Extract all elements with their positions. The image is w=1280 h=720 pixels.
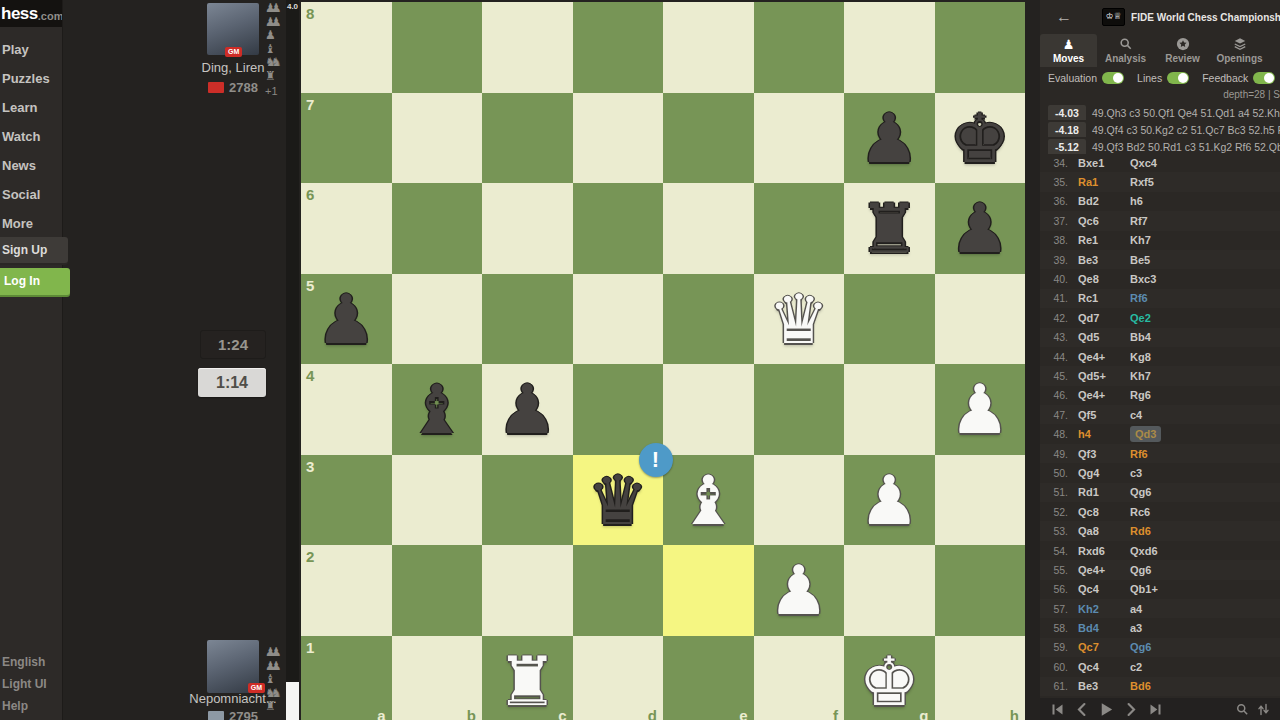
move-number: 52.	[1040, 506, 1068, 518]
move-row-34: 34.Bxe1Qxc4	[1040, 153, 1280, 172]
white-move[interactable]: Be3	[1078, 680, 1126, 692]
engine-line-3[interactable]: -5.1249.Qf3 Bd2 50.Rd1 c3 51.Kg2 Rf6 52.…	[1040, 137, 1280, 154]
white-move[interactable]: Qc4	[1078, 583, 1126, 595]
square-f4[interactable]	[754, 364, 845, 455]
chesscom-logo[interactable]: hess.com	[0, 0, 62, 27]
square-c2[interactable]	[482, 545, 573, 636]
avatar-top-player: GM	[207, 3, 259, 55]
square-e7[interactable]	[663, 93, 754, 184]
move-number: 35.	[1040, 176, 1068, 188]
toggle-switch-lines[interactable]	[1167, 72, 1189, 84]
piece-black-r-g6[interactable]: ♜	[844, 183, 935, 274]
chess-board[interactable]: 87♟♚6♜♟5♟♛4♝♟♟3♛♝♟2♟1abc♜defg♚h!	[301, 2, 1025, 720]
move-number: 34.	[1040, 157, 1068, 169]
black-move[interactable]: Kg8	[1130, 351, 1200, 363]
jump-to-start-icon[interactable]	[1050, 702, 1065, 717]
square-d5[interactable]	[573, 274, 664, 365]
move-row-47: 47.Qf5c4	[1040, 405, 1280, 424]
tab-label-openings: Openings	[1216, 53, 1262, 64]
engine-line-2[interactable]: -4.1849.Qf4 c3 50.Kg2 c2 51.Qc7 Bc3 52.h…	[1040, 120, 1280, 137]
top-player-clock: 1:24	[200, 330, 266, 359]
square-d8[interactable]	[573, 2, 664, 93]
white-move[interactable]: Qa8	[1078, 525, 1126, 537]
square-c4[interactable]: ♟	[482, 364, 573, 455]
square-g4[interactable]	[844, 364, 935, 455]
sidebar-item-watch[interactable]: Watch	[0, 122, 62, 151]
file-label-a: a	[377, 707, 385, 720]
white-move[interactable]: Qg4	[1078, 467, 1126, 479]
move-row-38: 38.Re1Kh7	[1040, 231, 1280, 250]
move-list: 34.Bxe1Qxc435.Ra1Rxf536.Bd2h637.Qc6Rf738…	[1040, 153, 1280, 720]
move-number: 55.	[1040, 564, 1068, 576]
piece-white-q-f5[interactable]: ♛	[754, 274, 845, 365]
engine-line-moves: 49.Qh3 c3 50.Qf1 Qe4 51.Qd1 a4 52.Kh2 a3…	[1092, 107, 1280, 119]
black-move[interactable]: Bd6	[1130, 680, 1200, 692]
black-move[interactable]: Bxc3	[1130, 273, 1200, 285]
move-row-42: 42.Qd7Qe2	[1040, 308, 1280, 327]
signup-button[interactable]: Sign Up	[0, 237, 68, 263]
engine-score: -4.03	[1048, 105, 1086, 120]
move-number: 36.	[1040, 195, 1068, 207]
move-row-35: 35.Ra1Rxf5	[1040, 172, 1280, 191]
square-e3[interactable]: ♝	[663, 455, 754, 546]
move-number: 41.	[1040, 292, 1068, 304]
black-move[interactable]: a3	[1130, 622, 1200, 634]
move-number: 51.	[1040, 486, 1068, 498]
square-f1[interactable]: f	[754, 636, 845, 720]
black-move[interactable]: Rg6	[1130, 389, 1200, 401]
square-g1[interactable]: g♚	[844, 636, 935, 720]
tab-analysis[interactable]: Analysis	[1097, 34, 1154, 67]
engine-line-moves: 49.Qf4 c3 50.Kg2 c2 51.Qc7 Bc3 52.h5 Rd6…	[1092, 124, 1280, 136]
black-move[interactable]: a4	[1130, 603, 1200, 615]
toggle-switch-feedback[interactable]	[1253, 72, 1275, 84]
piece-white-p-h4[interactable]: ♟	[935, 364, 1026, 455]
move-row-45: 45.Qd5+Kh7	[1040, 366, 1280, 385]
square-a7[interactable]: 7	[301, 93, 392, 184]
square-g5[interactable]	[844, 274, 935, 365]
square-e5[interactable]	[663, 274, 754, 365]
nav-list: PlayPuzzlesLearnWatchNewsSocialMore	[0, 35, 62, 238]
square-f3[interactable]	[754, 455, 845, 546]
move-row-50: 50.Qg4c3	[1040, 463, 1280, 482]
move-number: 47.	[1040, 409, 1068, 421]
black-move[interactable]: Rf6	[1130, 292, 1200, 304]
black-move[interactable]: Qg6	[1130, 641, 1200, 653]
sidebar-item-more[interactable]: More	[0, 209, 62, 238]
bottom-player-rating: 2795	[229, 709, 258, 720]
move-number: 45.	[1040, 370, 1068, 382]
square-g3[interactable]: ♟	[844, 455, 935, 546]
bottom-player-flag	[208, 711, 224, 720]
play-icon[interactable]	[1098, 701, 1115, 718]
square-a3[interactable]: 3	[301, 455, 392, 546]
square-g6[interactable]: ♜	[844, 183, 935, 274]
black-move[interactable]: Qe2	[1130, 312, 1200, 324]
square-h2[interactable]	[935, 545, 1026, 636]
footer-link-help[interactable]: Help	[2, 699, 47, 711]
move-row-51: 51.Rd1Qg6	[1040, 483, 1280, 502]
white-move[interactable]: Re1	[1078, 234, 1126, 246]
black-move[interactable]: Bb4	[1130, 331, 1200, 343]
move-number: 57.	[1040, 603, 1068, 615]
square-a2[interactable]: 2	[301, 545, 392, 636]
piece-black-p-a5[interactable]: ♟	[301, 274, 392, 365]
move-row-44: 44.Qe4+Kg8	[1040, 347, 1280, 366]
square-f2[interactable]: ♟	[754, 545, 845, 636]
toggle-switch-evaluation[interactable]	[1102, 72, 1124, 84]
black-move[interactable]: Kh7	[1130, 370, 1200, 382]
square-e4[interactable]	[663, 364, 754, 455]
square-b1[interactable]: b	[392, 636, 483, 720]
move-row-40: 40.Qe8Bxc3	[1040, 269, 1280, 288]
square-d6[interactable]	[573, 183, 664, 274]
file-label-f: f	[833, 707, 838, 720]
square-e2[interactable]	[663, 545, 754, 636]
footer-link-light-ui[interactable]: Light UI	[2, 677, 47, 689]
move-row-59: 59.Qc7Qg6	[1040, 638, 1280, 657]
move-number: 54.	[1040, 545, 1068, 557]
black-move[interactable]: Be5	[1130, 254, 1200, 266]
top-player-flag	[208, 82, 224, 93]
flip-board-icon[interactable]	[1256, 702, 1271, 717]
sidebar-item-news[interactable]: News	[0, 151, 62, 180]
evaluation-bar: 4.0	[286, 0, 299, 720]
jump-to-end-icon[interactable]	[1148, 702, 1163, 717]
move-number: 37.	[1040, 215, 1068, 227]
square-c3[interactable]	[482, 455, 573, 546]
black-move[interactable]: Rf7	[1130, 215, 1200, 227]
white-move[interactable]: Qc4	[1078, 661, 1126, 673]
square-f7[interactable]	[754, 93, 845, 184]
book-stack-icon	[1233, 37, 1247, 51]
square-a1[interactable]: 1a	[301, 636, 392, 720]
panel-tabs: ♟MovesAnalysisReviewOpenings	[1040, 34, 1280, 67]
black-move[interactable]: Rd6	[1130, 525, 1200, 537]
move-row-37: 37.Qc6Rf7	[1040, 211, 1280, 230]
file-label-e: e	[739, 707, 747, 720]
white-move[interactable]: Qe4+	[1078, 564, 1126, 576]
piece-white-k-g1[interactable]: ♚	[844, 636, 935, 720]
rank-label-1: 1	[306, 639, 314, 656]
sidebar-item-social[interactable]: Social	[0, 180, 62, 209]
white-move[interactable]: Ra1	[1078, 176, 1126, 188]
move-number: 44.	[1040, 351, 1068, 363]
logo-suffix: .com	[38, 10, 62, 22]
square-h4[interactable]: ♟	[935, 364, 1026, 455]
gm-badge-top: GM	[225, 47, 242, 57]
back-arrow-icon[interactable]: ←	[1056, 8, 1072, 26]
move-row-49: 49.Qf3Rf6	[1040, 444, 1280, 463]
move-row-41: 41.Rc1Rf6	[1040, 289, 1280, 308]
piece-black-p-c4[interactable]: ♟	[482, 364, 573, 455]
move-number: 60.	[1040, 661, 1068, 673]
square-g8[interactable]	[844, 2, 935, 93]
white-move[interactable]: Qe8	[1078, 273, 1126, 285]
piece-black-p-h6[interactable]: ♟	[935, 183, 1026, 274]
move-number: 39.	[1040, 254, 1068, 266]
white-move[interactable]: Rd1	[1078, 486, 1126, 498]
square-b5[interactable]	[392, 274, 483, 365]
square-c6[interactable]	[482, 183, 573, 274]
tab-moves[interactable]: ♟Moves	[1040, 34, 1097, 67]
piece-white-p-g3[interactable]: ♟	[844, 455, 935, 546]
black-move[interactable]: Qxc4	[1130, 157, 1200, 169]
black-move[interactable]: Qxd6	[1130, 545, 1200, 557]
tab-openings[interactable]: Openings	[1211, 34, 1268, 67]
square-b4[interactable]: ♝	[392, 364, 483, 455]
black-move[interactable]: Rf6	[1130, 448, 1200, 460]
piece-black-b-b4[interactable]: ♝	[392, 364, 483, 455]
move-number: 56.	[1040, 583, 1068, 595]
move-number: 48.	[1040, 428, 1068, 440]
move-row-36: 36.Bd2h6	[1040, 192, 1280, 211]
move-row-61: 61.Be3Bd6	[1040, 677, 1280, 696]
square-c1[interactable]: c♜	[482, 636, 573, 720]
square-e6[interactable]	[663, 183, 754, 274]
toggle-row: EvaluationLinesFeedback	[1040, 67, 1280, 88]
square-f8[interactable]	[754, 2, 845, 93]
move-row-48: 48.h4Qd3	[1040, 424, 1280, 443]
playback-controls	[1040, 698, 1280, 720]
square-h3[interactable]	[935, 455, 1026, 546]
toggle-label-feedback: Feedback	[1202, 72, 1248, 84]
engine-line-moves: 49.Qf3 Bd2 50.Rd1 c3 51.Kg2 Rf6 52.Qb7 Q…	[1092, 141, 1280, 153]
left-sidebar: hess.com PlayPuzzlesLearnWatchNewsSocial…	[0, 0, 63, 720]
piece-black-k-h7[interactable]: ♚	[935, 93, 1026, 184]
square-a8[interactable]: 8	[301, 2, 392, 93]
black-move[interactable]: Qb1+	[1130, 583, 1200, 595]
logo-text: hess	[1, 4, 38, 24]
rank-label-3: 3	[306, 458, 314, 475]
move-row-58: 58.Bd4a3	[1040, 618, 1280, 637]
rank-label-6: 6	[306, 186, 314, 203]
square-b7[interactable]	[392, 93, 483, 184]
avatar-bottom-player: GM	[207, 640, 259, 693]
toggle-label-evaluation: Evaluation	[1048, 72, 1097, 84]
file-label-h: h	[1010, 707, 1019, 720]
sidebar-item-learn[interactable]: Learn	[0, 93, 62, 122]
move-row-54: 54.Rxd6Qxd6	[1040, 541, 1280, 560]
move-number: 46.	[1040, 389, 1068, 401]
white-move[interactable]: Bxe1	[1078, 157, 1126, 169]
square-c8[interactable]	[482, 2, 573, 93]
black-move[interactable]: Rc6	[1130, 506, 1200, 518]
square-e1[interactable]: e	[663, 636, 754, 720]
white-move[interactable]: Qc8	[1078, 506, 1126, 518]
move-number: 40.	[1040, 273, 1068, 285]
square-d7[interactable]	[573, 93, 664, 184]
move-row-43: 43.Qd5Bb4	[1040, 328, 1280, 347]
square-b8[interactable]	[392, 2, 483, 93]
move-number: 50.	[1040, 467, 1068, 479]
black-move[interactable]: c2	[1130, 661, 1200, 673]
white-move[interactable]: Qd7	[1078, 312, 1126, 324]
star-circle-icon	[1176, 37, 1190, 51]
square-h6[interactable]: ♟	[935, 183, 1026, 274]
white-move[interactable]: Qe4+	[1078, 351, 1126, 363]
white-move[interactable]: Qf3	[1078, 448, 1126, 460]
engine-lines: -4.0349.Qh3 c3 50.Qf1 Qe4 51.Qd1 a4 52.K…	[1040, 103, 1280, 154]
white-move[interactable]: Bd2	[1078, 195, 1126, 207]
move-number: 43.	[1040, 331, 1068, 343]
white-move[interactable]: Rxd6	[1078, 545, 1126, 557]
footer-link-english[interactable]: English	[2, 655, 47, 667]
square-h1[interactable]: h	[935, 636, 1026, 720]
square-a4[interactable]: 4	[301, 364, 392, 455]
square-h7[interactable]: ♚	[935, 93, 1026, 184]
square-a5[interactable]: 5♟	[301, 274, 392, 365]
move-number: 38.	[1040, 234, 1068, 246]
move-row-39: 39.Be3Be5	[1040, 250, 1280, 269]
top-player-rating: 2788	[229, 80, 258, 95]
rank-label-2: 2	[306, 548, 314, 565]
evaluation-bar-white-part	[286, 682, 299, 720]
square-d4[interactable]	[573, 364, 664, 455]
toggle-feedback: Feedback	[1202, 72, 1275, 84]
piece-white-b-e3[interactable]: ♝	[663, 455, 754, 546]
square-f6[interactable]	[754, 183, 845, 274]
black-move[interactable]: c4	[1130, 409, 1200, 421]
engine-line-1[interactable]: -4.0349.Qh3 c3 50.Qf1 Qe4 51.Qd1 a4 52.K…	[1040, 103, 1280, 120]
bottom-player-clock: 1:14	[198, 368, 266, 397]
step-back-icon[interactable]	[1074, 702, 1089, 717]
file-label-d: d	[648, 707, 657, 720]
move-row-56: 56.Qc4Qb1+	[1040, 580, 1280, 599]
toggle-lines: Lines	[1137, 72, 1189, 84]
square-h8[interactable]	[935, 2, 1026, 93]
white-move[interactable]: Kh2	[1078, 603, 1126, 615]
move-number: 42.	[1040, 312, 1068, 324]
square-e8[interactable]	[663, 2, 754, 93]
toggle-evaluation: Evaluation	[1048, 72, 1124, 84]
square-f5[interactable]: ♛	[754, 274, 845, 365]
black-move[interactable]: h6	[1130, 195, 1200, 207]
square-d1[interactable]: d	[573, 636, 664, 720]
move-row-46: 46.Qe4+Rg6	[1040, 386, 1280, 405]
analysis-panel: ← ♔♕ FIDE World Chess Championship 2023 …	[1040, 0, 1280, 720]
white-move[interactable]: Qd5+	[1078, 370, 1126, 382]
piece-white-r-c1[interactable]: ♜	[482, 636, 573, 720]
square-b6[interactable]	[392, 183, 483, 274]
tab-review[interactable]: Review	[1154, 34, 1211, 67]
login-button[interactable]: Log In	[0, 268, 70, 295]
square-g7[interactable]: ♟	[844, 93, 935, 184]
square-b3[interactable]	[392, 455, 483, 546]
tab-label-review: Review	[1165, 53, 1199, 64]
move-number: 49.	[1040, 448, 1068, 460]
search-analysis-icon[interactable]	[1235, 702, 1250, 717]
engine-depth-text: depth=28 | S	[1040, 88, 1280, 101]
step-forward-icon[interactable]	[1124, 702, 1139, 717]
white-move[interactable]: Qc7	[1078, 641, 1126, 653]
panel-header: ← ♔♕ FIDE World Chess Championship 2023	[1040, 0, 1280, 34]
move-number: 59.	[1040, 641, 1068, 653]
white-move[interactable]: Bd4	[1078, 622, 1126, 634]
square-a6[interactable]: 6	[301, 183, 392, 274]
file-label-b: b	[467, 707, 476, 720]
move-row-53: 53.Qa8Rd6	[1040, 521, 1280, 540]
engine-score: -5.12	[1048, 139, 1086, 154]
piece-black-p-g7[interactable]: ♟	[844, 93, 935, 184]
sidebar-item-puzzles[interactable]: Puzzles	[0, 64, 62, 93]
rank-label-8: 8	[306, 5, 314, 22]
sidebar-item-play[interactable]: Play	[0, 35, 62, 64]
square-d2[interactable]	[573, 545, 664, 636]
square-c5[interactable]	[482, 274, 573, 365]
white-move[interactable]: h4	[1078, 428, 1126, 440]
square-b2[interactable]	[392, 545, 483, 636]
black-move[interactable]: Kh7	[1130, 234, 1200, 246]
engine-score: -4.18	[1048, 122, 1086, 137]
move-number: 61.	[1040, 680, 1068, 692]
black-move[interactable]: c3	[1130, 467, 1200, 479]
white-move[interactable]: Qf5	[1078, 409, 1126, 421]
white-move[interactable]: Qc6	[1078, 215, 1126, 227]
white-move[interactable]: Qd5	[1078, 331, 1126, 343]
white-move[interactable]: Be3	[1078, 254, 1126, 266]
move-row-52: 52.Qc8Rc6	[1040, 502, 1280, 521]
white-move[interactable]: Qe4+	[1078, 389, 1126, 401]
black-move[interactable]: Qg6	[1130, 564, 1200, 576]
white-move[interactable]: Rc1	[1078, 292, 1126, 304]
piece-white-p-f2[interactable]: ♟	[754, 545, 845, 636]
rank-label-4: 4	[306, 367, 314, 384]
toggle-label-lines: Lines	[1137, 72, 1162, 84]
event-logo-icon: ♔♕	[1102, 8, 1125, 26]
square-g2[interactable]	[844, 545, 935, 636]
move-number: 58.	[1040, 622, 1068, 634]
tab-label-moves: Moves	[1053, 53, 1084, 64]
black-move[interactable]: Qg6	[1130, 486, 1200, 498]
move-row-57: 57.Kh2a4	[1040, 599, 1280, 618]
black-move[interactable]: Rxf5	[1130, 176, 1200, 188]
move-row-55: 55.Qe4+Qg6	[1040, 560, 1280, 579]
tab-label-analysis: Analysis	[1105, 53, 1146, 64]
magnifier-icon	[1119, 37, 1133, 51]
black-move[interactable]: Qd3	[1130, 428, 1200, 440]
rank-label-7: 7	[306, 96, 314, 113]
pawn-icon: ♟	[1063, 37, 1075, 52]
move-row-60: 60.Qc4c2	[1040, 657, 1280, 676]
square-c7[interactable]	[482, 93, 573, 184]
footer-links: EnglishLight UIHelp	[2, 655, 47, 720]
square-h5[interactable]	[935, 274, 1026, 365]
great-move-badge: !	[639, 443, 673, 477]
move-number: 53.	[1040, 525, 1068, 537]
evaluation-score: 4.0	[286, 2, 299, 11]
event-title: FIDE World Chess Championship 2023	[1131, 12, 1280, 23]
